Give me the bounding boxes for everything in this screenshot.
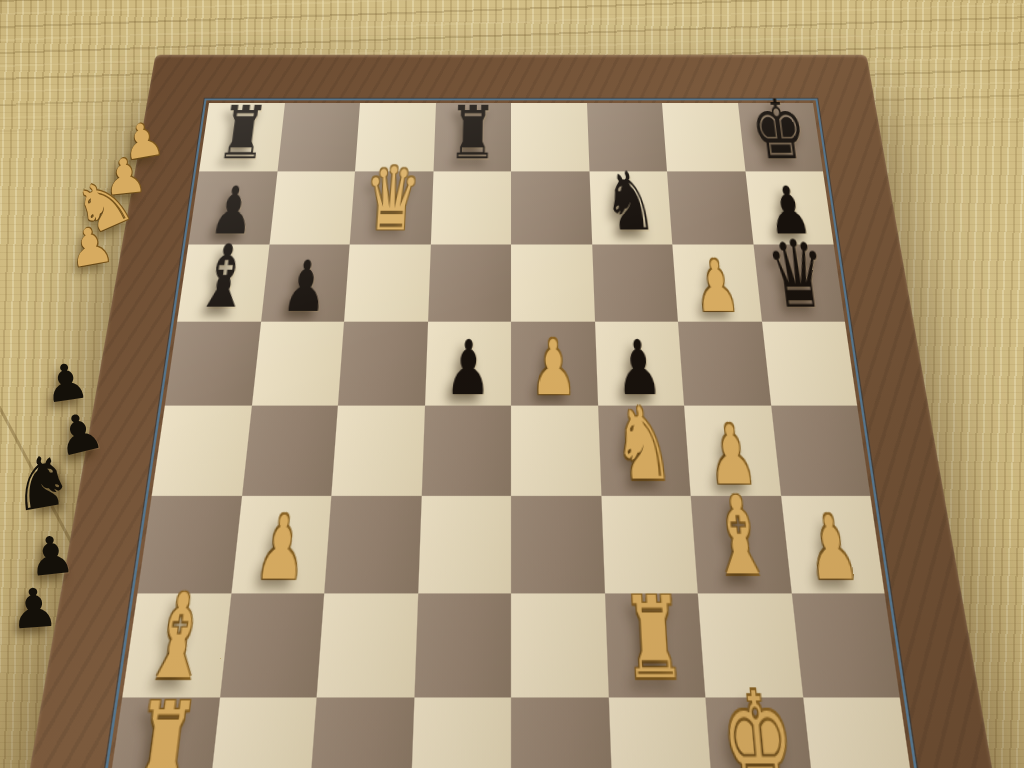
square-h5[interactable]: [761, 322, 857, 406]
square-a6[interactable]: ♝: [177, 244, 269, 322]
square-b1[interactable]: [207, 698, 317, 768]
photo-scene: ♜♜♚♟♛♞♟♝♟♟♛♟♟♟♞♟♟♝♟♝♜♜♚ ♟♟♞♟ ♟♟♞♟♟: [0, 0, 1024, 768]
square-e3[interactable]: [511, 496, 604, 593]
square-c7[interactable]: ♛: [350, 171, 433, 244]
square-b5[interactable]: [251, 322, 344, 406]
square-g1[interactable]: ♚: [705, 698, 815, 768]
chess-board-grid: ♜♜♚♟♛♞♟♝♟♟♛♟♟♟♞♟♟♝♟♝♜♜♚: [106, 103, 917, 768]
black-rook-a8[interactable]: ♜: [199, 97, 285, 171]
white-rook-f2[interactable]: ♜: [604, 584, 705, 697]
square-d2[interactable]: [414, 593, 511, 698]
square-g7[interactable]: [667, 171, 753, 244]
square-c2[interactable]: [317, 593, 418, 698]
square-h6[interactable]: ♛: [753, 244, 845, 322]
square-b3[interactable]: ♟: [231, 496, 331, 593]
square-h4[interactable]: [771, 406, 871, 496]
square-a5[interactable]: [165, 322, 261, 406]
square-d8[interactable]: ♜: [433, 103, 511, 171]
square-a4[interactable]: [152, 406, 252, 496]
square-e5[interactable]: ♟: [511, 322, 598, 406]
black-bishop-a6[interactable]: ♝: [177, 234, 270, 321]
square-e4[interactable]: [511, 406, 601, 496]
square-f4[interactable]: ♞: [598, 406, 691, 496]
square-e7[interactable]: [511, 171, 592, 244]
square-d3[interactable]: [418, 496, 511, 593]
captured-black-pawn-5: ♟: [8, 580, 60, 637]
square-g3[interactable]: ♝: [691, 496, 791, 593]
black-king-h8[interactable]: ♚: [736, 89, 823, 171]
square-e1[interactable]: [511, 698, 612, 768]
square-d1[interactable]: [410, 698, 511, 768]
square-b4[interactable]: [242, 406, 338, 496]
square-h8[interactable]: ♚: [738, 103, 823, 171]
black-pawn-b6[interactable]: ♟: [260, 252, 349, 323]
square-g6[interactable]: ♟: [672, 244, 761, 322]
black-queen-h6[interactable]: ♛: [751, 228, 845, 321]
square-d4[interactable]: [421, 406, 511, 496]
square-b8[interactable]: [277, 103, 360, 171]
square-e6[interactable]: [511, 244, 594, 322]
white-pawn-g6[interactable]: ♟: [673, 252, 762, 323]
black-knight-f7[interactable]: ♞: [589, 162, 673, 243]
square-d5[interactable]: ♟: [424, 322, 511, 406]
square-e8[interactable]: [511, 103, 589, 171]
square-c3[interactable]: [324, 496, 421, 593]
square-f7[interactable]: ♞: [589, 171, 672, 244]
square-b6[interactable]: ♟: [261, 244, 350, 322]
white-king-g1[interactable]: ♚: [704, 675, 815, 768]
captured-white-pawn-4: ♟: [64, 218, 117, 275]
square-c1[interactable]: [308, 698, 414, 768]
square-b7[interactable]: [269, 171, 355, 244]
square-h1[interactable]: [803, 698, 917, 768]
white-pawn-h3[interactable]: ♟: [782, 505, 885, 593]
square-g8[interactable]: [662, 103, 745, 171]
white-pawn-e5[interactable]: ♟: [511, 330, 598, 406]
captured-black-knight-3: ♞: [4, 443, 78, 523]
white-pawn-b3[interactable]: ♟: [231, 505, 331, 593]
white-queen-c7[interactable]: ♛: [350, 156, 434, 243]
square-f6[interactable]: [592, 244, 678, 322]
square-f2[interactable]: ♜: [604, 593, 705, 698]
black-pawn-d5[interactable]: ♟: [424, 330, 511, 406]
square-d7[interactable]: [430, 171, 511, 244]
square-d6[interactable]: [428, 244, 511, 322]
white-rook-a1[interactable]: ♜: [106, 688, 221, 768]
square-h2[interactable]: [791, 593, 900, 698]
square-a1[interactable]: ♜: [106, 698, 220, 768]
square-c6[interactable]: [344, 244, 430, 322]
square-f1[interactable]: [608, 698, 714, 768]
square-g5[interactable]: [678, 322, 771, 406]
chess-board-plane: ♜♜♚♟♛♞♟♝♟♟♛♟♟♟♞♟♟♝♟♝♜♜♚: [106, 103, 917, 768]
black-rook-d8[interactable]: ♜: [433, 97, 511, 171]
square-b2[interactable]: [219, 593, 324, 698]
white-knight-f4[interactable]: ♞: [597, 395, 690, 496]
square-a8[interactable]: ♜: [199, 103, 284, 171]
square-c5[interactable]: [338, 322, 428, 406]
square-h3[interactable]: ♟: [780, 496, 884, 593]
square-e2[interactable]: [511, 593, 608, 698]
white-bishop-g3[interactable]: ♝: [690, 484, 791, 593]
square-c4[interactable]: [331, 406, 424, 496]
